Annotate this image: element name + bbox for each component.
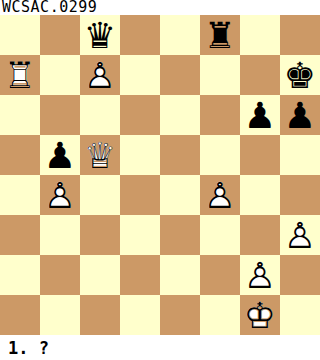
white-pawn: ♙ [40,175,80,215]
square-e4[interactable] [160,175,200,215]
move-prompt: 1. ? [0,335,320,360]
square-d7[interactable] [120,55,160,95]
black-king: ♚ [280,55,320,95]
square-e3[interactable] [160,215,200,255]
square-b7[interactable] [40,55,80,95]
square-f2[interactable] [200,255,240,295]
square-d6[interactable] [120,95,160,135]
square-f8[interactable]: ♜ [200,15,240,55]
black-pawn: ♟ [240,95,280,135]
white-pawn: ♙ [280,215,320,255]
square-b3[interactable] [40,215,80,255]
square-a2[interactable] [0,255,40,295]
square-a8[interactable] [0,15,40,55]
square-g4[interactable] [240,175,280,215]
square-b6[interactable] [40,95,80,135]
square-h4[interactable] [280,175,320,215]
square-a7[interactable]: ♜♖ [0,55,40,95]
square-d5[interactable] [120,135,160,175]
square-h7[interactable]: ♚ [280,55,320,95]
square-c3[interactable] [80,215,120,255]
square-c8[interactable]: ♛ [80,15,120,55]
square-h8[interactable] [280,15,320,55]
square-a4[interactable] [0,175,40,215]
square-e2[interactable] [160,255,200,295]
square-c1[interactable] [80,295,120,335]
square-g6[interactable]: ♟ [240,95,280,135]
square-e5[interactable] [160,135,200,175]
white-pawn: ♙ [80,55,120,95]
square-c4[interactable] [80,175,120,215]
square-c7[interactable]: ♟♙ [80,55,120,95]
black-queen: ♛ [80,15,120,55]
white-king: ♔ [240,295,280,335]
square-d4[interactable] [120,175,160,215]
square-g7[interactable] [240,55,280,95]
square-g1[interactable]: ♚♔ [240,295,280,335]
square-e6[interactable] [160,95,200,135]
square-h2[interactable] [280,255,320,295]
square-g3[interactable] [240,215,280,255]
square-h6[interactable]: ♟ [280,95,320,135]
black-rook: ♜ [200,15,240,55]
square-f7[interactable] [200,55,240,95]
square-b8[interactable] [40,15,80,55]
square-e1[interactable] [160,295,200,335]
white-rook: ♖ [0,55,40,95]
square-f6[interactable] [200,95,240,135]
square-b2[interactable] [40,255,80,295]
square-d2[interactable] [120,255,160,295]
square-c5[interactable]: ♛♕ [80,135,120,175]
square-b1[interactable] [40,295,80,335]
square-f1[interactable] [200,295,240,335]
square-e8[interactable] [160,15,200,55]
square-g5[interactable] [240,135,280,175]
square-f3[interactable] [200,215,240,255]
square-f5[interactable] [200,135,240,175]
square-g8[interactable] [240,15,280,55]
square-g2[interactable]: ♟♙ [240,255,280,295]
square-a5[interactable] [0,135,40,175]
square-d3[interactable] [120,215,160,255]
square-b5[interactable]: ♟ [40,135,80,175]
square-d8[interactable] [120,15,160,55]
square-d1[interactable] [120,295,160,335]
chess-board: ♛♜♜♖♟♙♚♟♟♟♛♕♟♙♟♙♟♙♟♙♚♔ [0,15,320,335]
black-pawn: ♟ [280,95,320,135]
square-e7[interactable] [160,55,200,95]
white-pawn: ♙ [240,255,280,295]
square-c6[interactable] [80,95,120,135]
square-h5[interactable] [280,135,320,175]
square-h3[interactable]: ♟♙ [280,215,320,255]
square-a1[interactable] [0,295,40,335]
black-pawn: ♟ [40,135,80,175]
square-f4[interactable]: ♟♙ [200,175,240,215]
square-a3[interactable] [0,215,40,255]
square-c2[interactable] [80,255,120,295]
square-a6[interactable] [0,95,40,135]
white-queen: ♕ [80,135,120,175]
square-b4[interactable]: ♟♙ [40,175,80,215]
square-h1[interactable] [280,295,320,335]
white-pawn: ♙ [200,175,240,215]
puzzle-title: WCSAC.0299 [0,0,320,15]
